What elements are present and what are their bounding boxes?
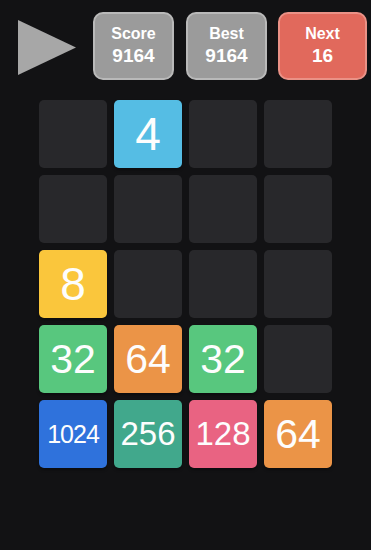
header: Score 9164 Best 9164 Next 16 [0,0,371,92]
game-screen: Score 9164 Best 9164 Next 16 48326432102… [0,0,371,550]
empty-cell[interactable] [189,100,257,168]
empty-cell[interactable] [39,100,107,168]
score-label: Score [111,24,155,44]
play-icon [18,20,76,75]
empty-cell[interactable] [39,175,107,243]
tile-256[interactable]: 256 [114,400,182,468]
best-value: 9164 [205,44,247,68]
next-value: 16 [312,44,333,68]
play-button[interactable] [18,20,76,75]
tile-128[interactable]: 128 [189,400,257,468]
next-label: Next [305,24,340,44]
tile-4[interactable]: 4 [114,100,182,168]
board-grid[interactable]: 48326432102425612864 [39,100,332,468]
tile-64[interactable]: 64 [114,325,182,393]
score-value: 9164 [112,44,154,68]
tile-32[interactable]: 32 [39,325,107,393]
tile-64[interactable]: 64 [264,400,332,468]
empty-cell[interactable] [114,250,182,318]
empty-cell[interactable] [264,100,332,168]
tile-8[interactable]: 8 [39,250,107,318]
empty-cell[interactable] [264,250,332,318]
empty-cell[interactable] [114,175,182,243]
next-tile-display: Next 16 [278,12,367,80]
empty-cell[interactable] [189,250,257,318]
empty-cell[interactable] [264,325,332,393]
best-display: Best 9164 [186,12,267,80]
empty-cell[interactable] [264,175,332,243]
tile-1024[interactable]: 1024 [39,400,107,468]
score-display: Score 9164 [93,12,174,80]
tile-32[interactable]: 32 [189,325,257,393]
empty-cell[interactable] [189,175,257,243]
best-label: Best [209,24,244,44]
